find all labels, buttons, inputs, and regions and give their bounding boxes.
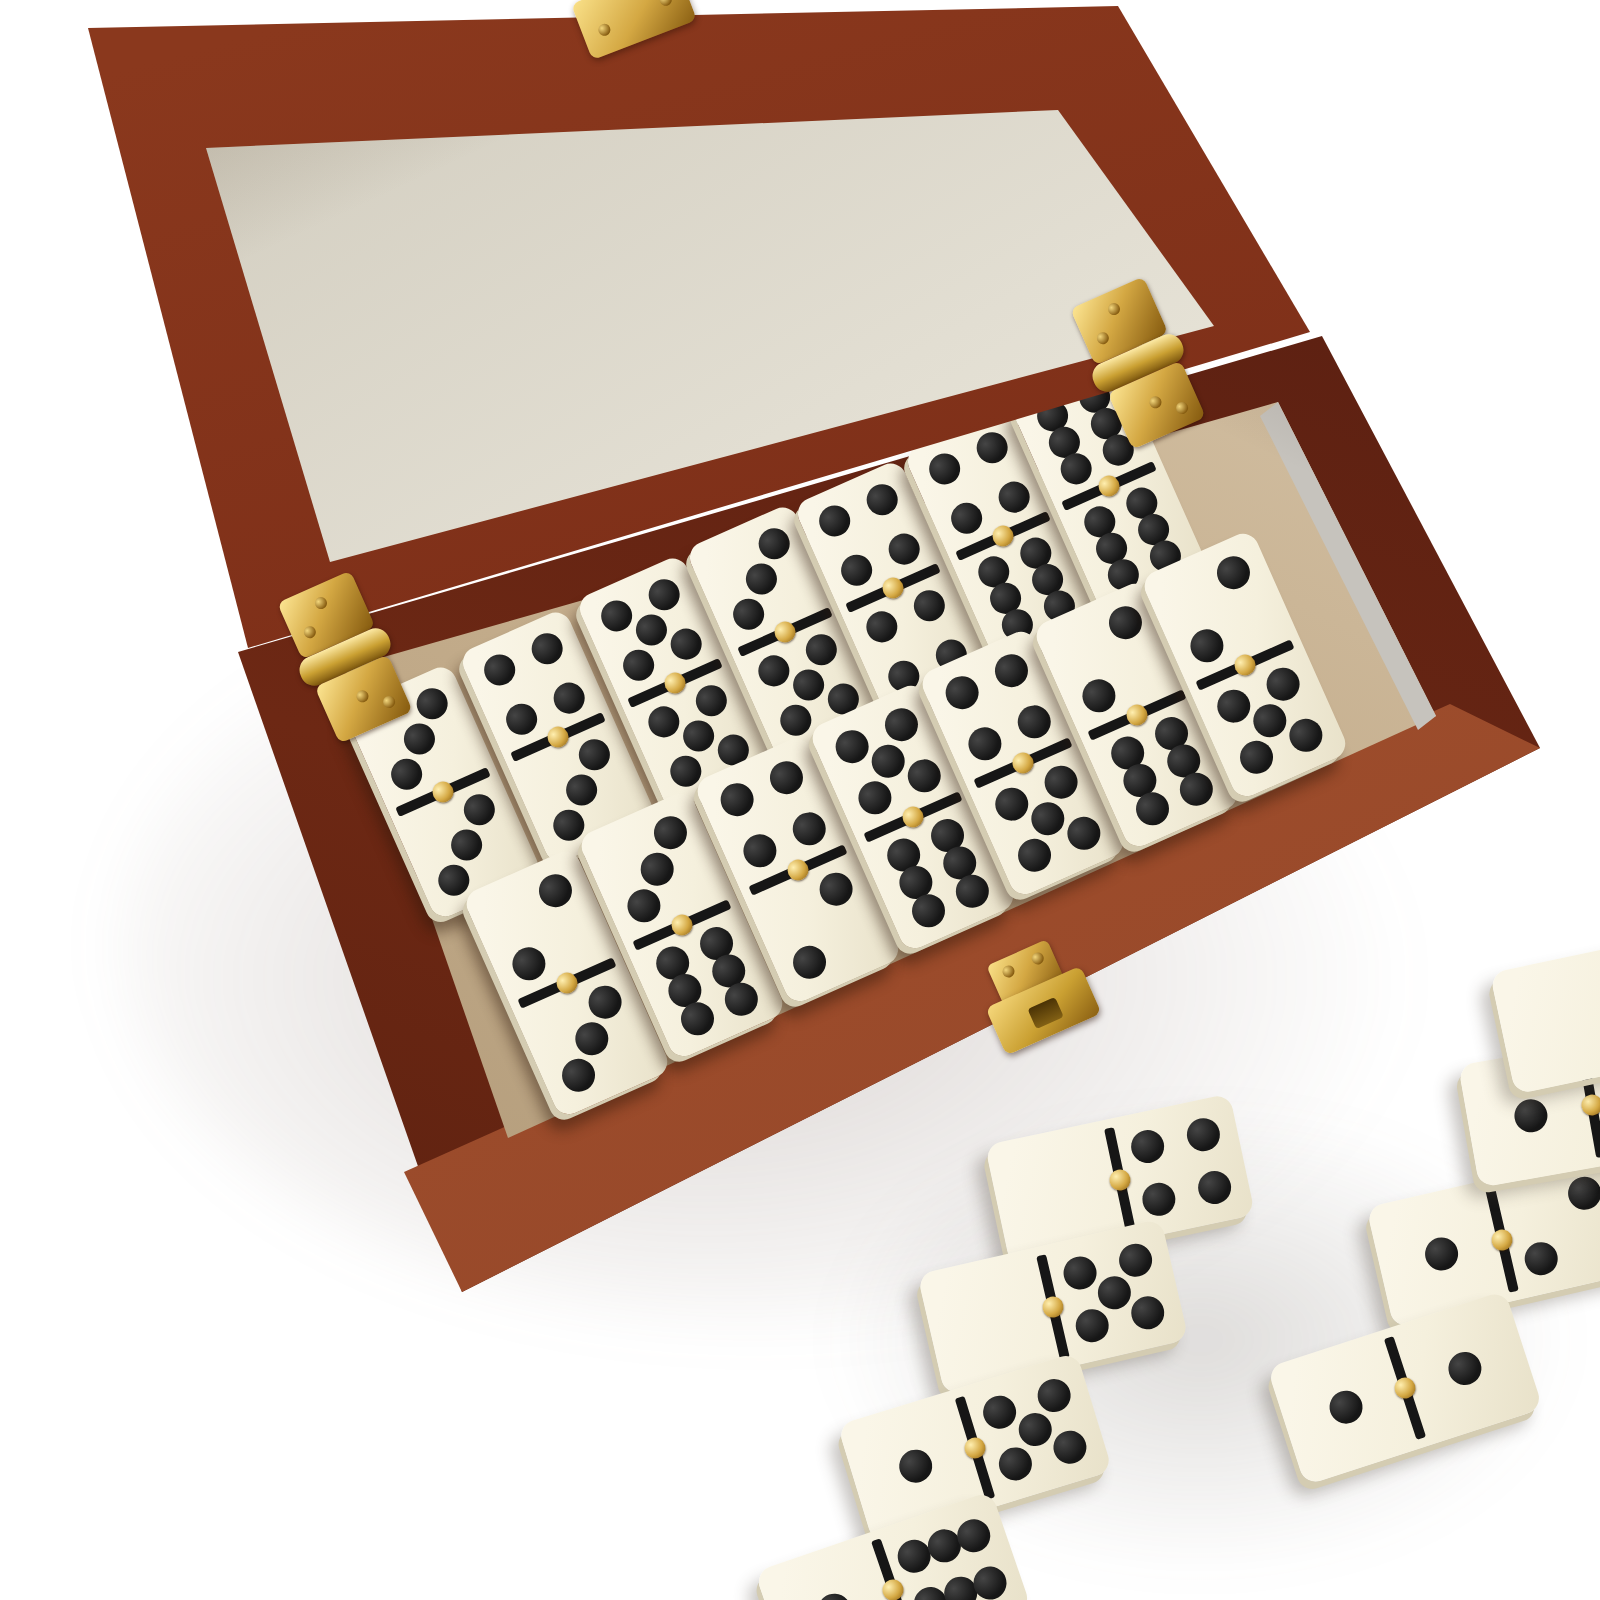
pip: [1511, 1097, 1549, 1135]
pip: [561, 770, 602, 811]
pip: [644, 702, 685, 743]
pip: [399, 719, 440, 760]
pip: [583, 980, 627, 1024]
pip: [883, 529, 924, 570]
pip: [1565, 1173, 1600, 1213]
pip: [862, 607, 903, 648]
pip: [741, 559, 782, 600]
pip: [643, 575, 684, 616]
pip: [1325, 1387, 1367, 1429]
pip: [526, 629, 567, 670]
pip: [971, 428, 1012, 469]
pip: [533, 869, 577, 913]
pip: [1072, 1306, 1112, 1346]
pip: [787, 807, 831, 851]
pip: [1248, 699, 1292, 743]
pip: [618, 644, 659, 685]
pip: [1212, 684, 1256, 728]
pip: [993, 477, 1034, 518]
pip: [963, 722, 1007, 766]
pip: [648, 811, 692, 855]
pip: [1139, 1180, 1178, 1219]
pip: [853, 776, 897, 820]
pip: [1235, 735, 1279, 779]
pip: [691, 681, 732, 722]
pip: [895, 1446, 936, 1487]
pip: [1128, 1127, 1167, 1166]
pip: [1077, 674, 1121, 718]
pip: [909, 586, 950, 627]
pip: [940, 671, 984, 715]
pip: [728, 593, 769, 634]
pip: [866, 739, 910, 783]
pip: [753, 524, 794, 565]
pip: [1421, 1234, 1461, 1274]
pip: [1284, 714, 1328, 758]
pip: [836, 549, 877, 590]
pip: [1050, 1427, 1091, 1468]
pip: [902, 754, 946, 798]
pip: [622, 884, 666, 928]
pip: [754, 651, 795, 692]
pip: [1261, 662, 1305, 706]
pip: [635, 847, 679, 891]
pip: [1195, 1168, 1234, 1207]
pip: [861, 480, 902, 521]
pip: [1034, 1375, 1075, 1416]
pip: [995, 1444, 1036, 1485]
pip: [989, 649, 1033, 693]
pip: [557, 1053, 601, 1097]
pip: [665, 624, 706, 665]
pip: [738, 829, 782, 873]
pip: [1014, 1409, 1055, 1450]
pip: [1060, 1253, 1100, 1293]
pip: [1062, 812, 1106, 856]
pip: [925, 449, 966, 490]
pip: [678, 716, 719, 757]
pip: [979, 1391, 1020, 1432]
pip: [830, 725, 874, 769]
pip: [715, 778, 759, 822]
pip: [946, 497, 987, 538]
pip: [801, 630, 842, 671]
pip: [1521, 1239, 1561, 1279]
pip: [597, 596, 638, 637]
pip: [480, 650, 521, 691]
pip: [507, 942, 551, 986]
pip: [814, 867, 858, 911]
pip: [1026, 797, 1070, 841]
pip: [1444, 1348, 1486, 1390]
pip: [1211, 551, 1255, 595]
pip: [815, 501, 856, 542]
pip: [501, 698, 542, 739]
pip: [788, 940, 832, 984]
pip: [1039, 760, 1083, 804]
pip: [631, 610, 672, 651]
pip: [990, 782, 1034, 826]
pip: [1103, 601, 1147, 645]
pip: [1128, 1293, 1168, 1333]
pip: [879, 703, 923, 747]
pip: [548, 678, 589, 719]
pip: [788, 665, 829, 706]
pip: [813, 1589, 855, 1600]
pip: [459, 790, 500, 831]
pip: [1184, 1115, 1223, 1154]
pip: [1013, 833, 1057, 877]
pip: [570, 1017, 614, 1061]
pip: [1012, 700, 1056, 744]
pip: [1116, 1240, 1156, 1280]
pip: [446, 825, 487, 866]
pip: [386, 753, 427, 794]
pip: [1094, 1273, 1134, 1313]
domino-case-scene: [0, 0, 1600, 1600]
pip: [764, 756, 808, 800]
pip: [1185, 624, 1229, 668]
pip: [574, 735, 615, 776]
